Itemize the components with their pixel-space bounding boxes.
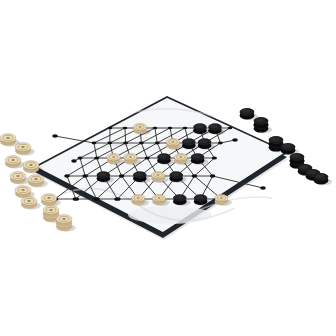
white-reserve-piece[interactable]	[21, 197, 41, 210]
grid-point[interactable]	[92, 142, 97, 145]
white-reserve-piece[interactable]	[23, 161, 43, 174]
grid-point[interactable]	[183, 127, 188, 130]
grid-point[interactable]	[228, 127, 233, 130]
grid-point[interactable]	[64, 174, 70, 177]
grid-point[interactable]	[123, 142, 128, 145]
white-reserve-piece[interactable]	[56, 215, 76, 232]
black-reserve-piece[interactable]	[240, 108, 259, 120]
white-reserve-piece[interactable]	[41, 194, 61, 207]
grid-point[interactable]	[232, 138, 238, 141]
grid-point[interactable]	[168, 127, 173, 130]
grid-point[interactable]	[210, 174, 216, 177]
grid-point[interactable]	[52, 134, 58, 137]
black-reserve-piece[interactable]	[314, 173, 333, 185]
white-reserve-piece[interactable]	[5, 156, 25, 169]
grid-point[interactable]	[139, 142, 144, 145]
grid-point[interactable]	[260, 186, 266, 189]
grid-point[interactable]	[107, 142, 112, 145]
grid-point[interactable]	[119, 174, 125, 177]
grid-point[interactable]	[155, 142, 160, 145]
scene-svg	[0, 0, 336, 336]
white-reserve-piece[interactable]	[10, 172, 30, 185]
grid-point[interactable]	[123, 127, 128, 130]
grid-point[interactable]	[114, 197, 120, 201]
grid-point[interactable]	[153, 127, 158, 130]
grid-point[interactable]	[93, 197, 99, 201]
grid-point[interactable]	[82, 174, 88, 177]
grid-point[interactable]	[108, 127, 113, 130]
grid-point[interactable]	[192, 174, 198, 177]
grid-point[interactable]	[218, 142, 223, 145]
grid-point[interactable]	[71, 159, 77, 162]
game-photo-scene	[0, 0, 336, 336]
grid-point[interactable]	[77, 156, 82, 159]
grid-point[interactable]	[145, 156, 150, 159]
grid-point[interactable]	[94, 156, 99, 159]
white-reserve-piece[interactable]	[15, 143, 35, 156]
grid-point[interactable]	[73, 197, 79, 201]
grid-point[interactable]	[212, 156, 217, 159]
black-reserve-piece[interactable]	[254, 117, 273, 133]
